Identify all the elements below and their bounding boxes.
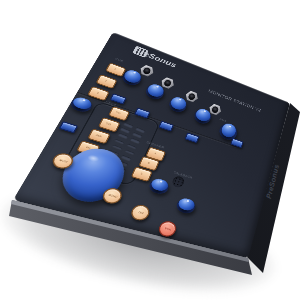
- led-segment: [118, 133, 128, 139]
- led-segment: [121, 155, 131, 161]
- cue-source-button-3[interactable]: [158, 120, 174, 131]
- led-segment: [130, 138, 140, 144]
- brand-logo: PreSonus: [132, 45, 183, 72]
- dim-level-knob[interactable]: [147, 177, 171, 196]
- phones-knob-3[interactable]: [167, 95, 189, 114]
- led-segment: [127, 144, 137, 150]
- led-segment: [133, 132, 143, 138]
- led-segment: [124, 149, 134, 155]
- led-segment: [115, 139, 125, 145]
- dim-button[interactable]: DIM: [129, 203, 152, 222]
- talkback-mic-grille: [171, 175, 186, 189]
- cue-button-2[interactable]: 2: [95, 74, 117, 89]
- talkback-assign-button[interactable]: [58, 121, 78, 134]
- talk-button[interactable]: TALK: [157, 219, 179, 238]
- talkback-trim-knob[interactable]: [175, 197, 198, 216]
- product-photo: PreSonus PreSonus MONITOR STATION V2 CUE…: [0, 0, 300, 300]
- phones-knob-4[interactable]: [192, 107, 213, 126]
- brand-name: PreSonus: [132, 46, 177, 70]
- led-segment: [112, 144, 123, 150]
- led-segment: [121, 128, 131, 134]
